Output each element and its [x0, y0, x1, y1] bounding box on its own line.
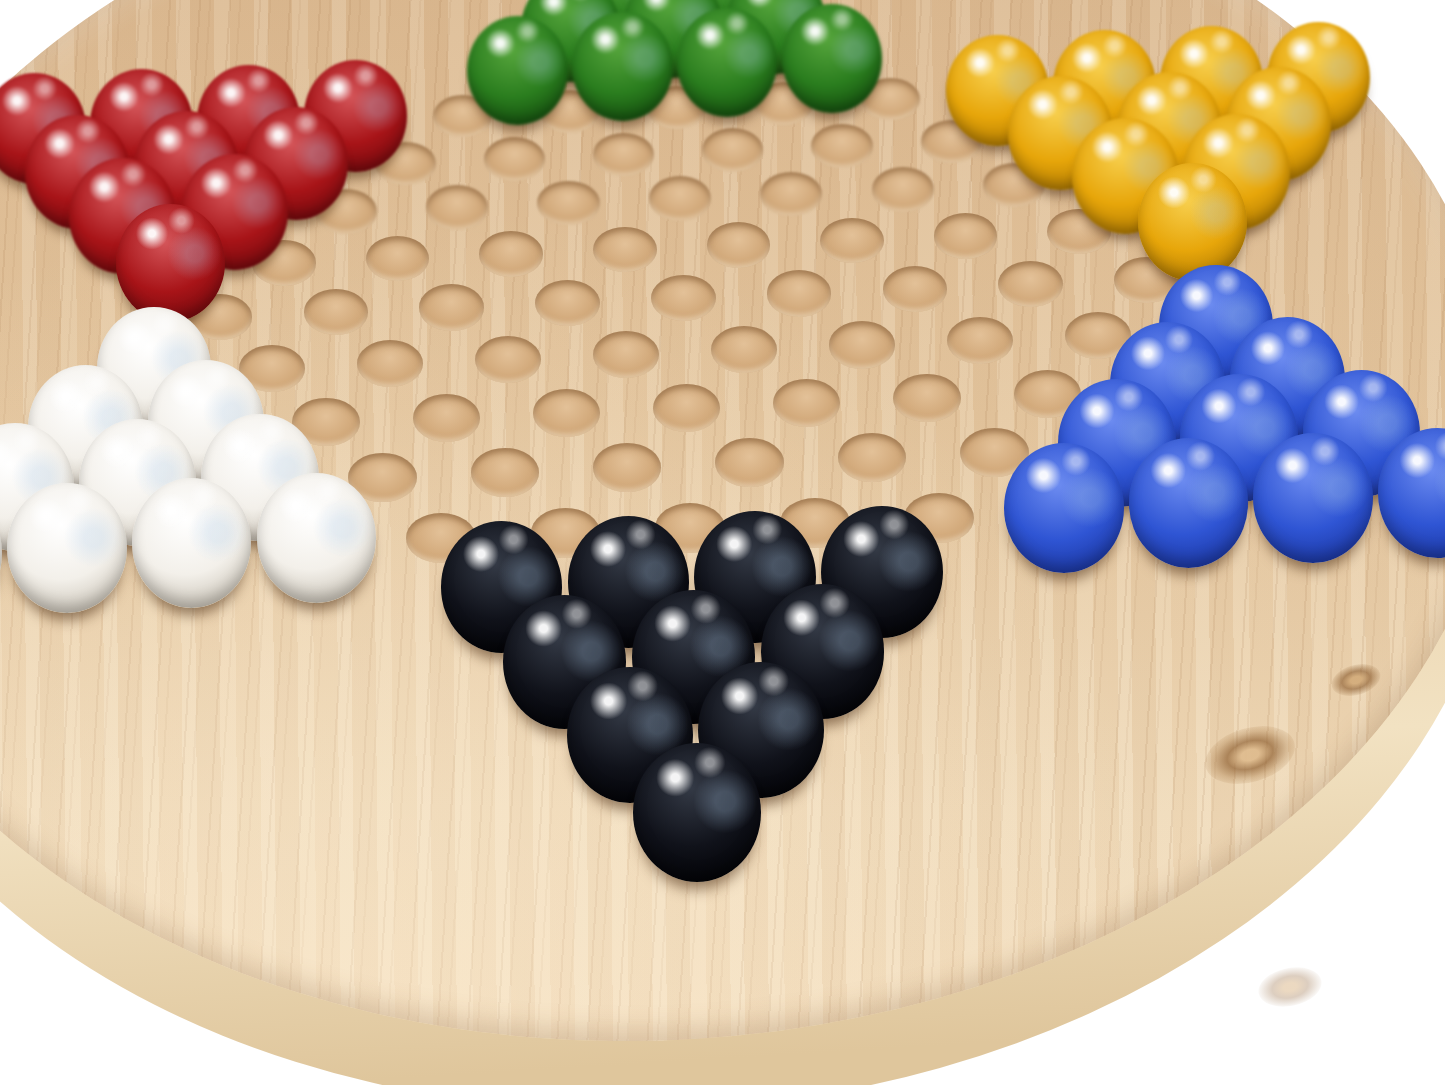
- marble-green[interactable]: [677, 8, 778, 117]
- board-hole[interactable]: [649, 176, 711, 221]
- marble-yellow[interactable]: [1138, 163, 1247, 281]
- board-hole[interactable]: [767, 270, 832, 316]
- board-hole[interactable]: [475, 336, 541, 383]
- board-hole[interactable]: [593, 331, 659, 378]
- marble-green[interactable]: [782, 4, 883, 113]
- chinese-checkers-board-photo: [0, 0, 1445, 1085]
- board-hole[interactable]: [934, 213, 998, 258]
- board-hole[interactable]: [471, 448, 540, 497]
- board-hole[interactable]: [426, 185, 488, 230]
- marble-red[interactable]: [116, 204, 225, 322]
- marble-black[interactable]: [633, 743, 761, 882]
- board-hole[interactable]: [838, 433, 907, 482]
- board-hole[interactable]: [715, 438, 784, 487]
- board-hole[interactable]: [537, 181, 599, 226]
- board-hole[interactable]: [484, 137, 545, 181]
- board-hole[interactable]: [651, 275, 716, 321]
- marble-white[interactable]: [132, 478, 252, 608]
- board-hole[interactable]: [535, 280, 600, 326]
- board-hole[interactable]: [998, 261, 1063, 307]
- marble-blue[interactable]: [1129, 438, 1249, 568]
- marble-white[interactable]: [257, 473, 377, 603]
- board-cells-layer: [0, 0, 1445, 1085]
- marble-blue[interactable]: [1004, 443, 1124, 573]
- marble-white[interactable]: [7, 483, 127, 613]
- board-hole[interactable]: [707, 222, 771, 267]
- board-hole[interactable]: [653, 384, 720, 432]
- board-hole[interactable]: [829, 321, 895, 368]
- board-hole[interactable]: [357, 340, 423, 387]
- board-hole[interactable]: [413, 394, 480, 442]
- board-hole[interactable]: [593, 133, 654, 177]
- board-hole[interactable]: [479, 231, 543, 276]
- board-hole[interactable]: [947, 317, 1013, 364]
- marble-green[interactable]: [572, 12, 673, 121]
- marble-blue[interactable]: [1253, 433, 1373, 563]
- board-hole[interactable]: [883, 266, 948, 312]
- board-hole[interactable]: [811, 124, 872, 168]
- board-hole[interactable]: [711, 326, 777, 373]
- board-hole[interactable]: [702, 128, 763, 172]
- board-hole[interactable]: [304, 289, 369, 335]
- board-hole[interactable]: [893, 374, 960, 422]
- board-hole[interactable]: [366, 236, 430, 281]
- board-hole[interactable]: [593, 227, 657, 272]
- marble-green[interactable]: [467, 16, 568, 125]
- board-hole[interactable]: [872, 167, 934, 212]
- board-hole[interactable]: [593, 443, 662, 492]
- board-hole[interactable]: [419, 284, 484, 330]
- board-hole[interactable]: [820, 218, 884, 263]
- board-hole[interactable]: [773, 379, 840, 427]
- board-hole[interactable]: [533, 389, 600, 437]
- board-hole[interactable]: [760, 172, 822, 217]
